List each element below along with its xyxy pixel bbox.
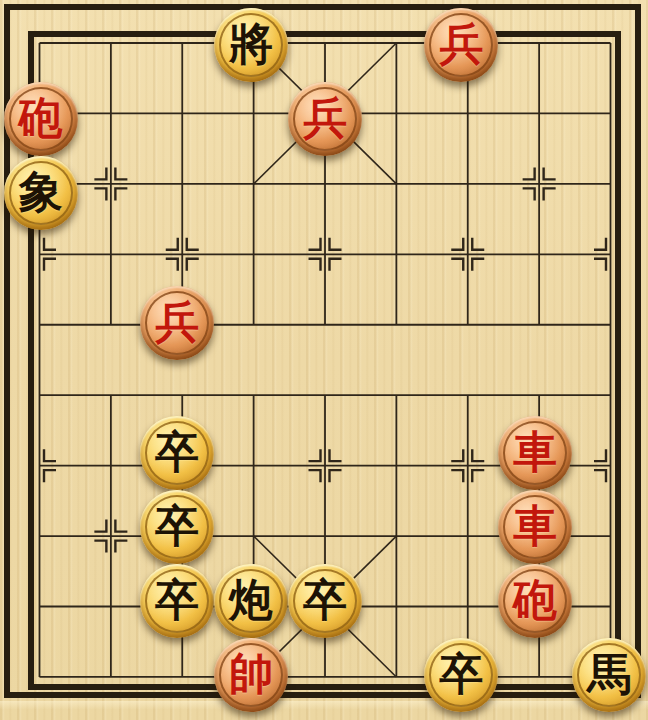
red-soldier-piece[interactable]: 兵 — [140, 286, 214, 360]
black-soldier-piece[interactable]: 卒 — [140, 564, 214, 638]
red-cannon-piece[interactable]: 砲 — [4, 82, 78, 156]
xiangqi-board: 將兵砲兵象兵卒車卒車卒炮卒砲帥卒馬 — [0, 0, 648, 720]
red-soldier-piece[interactable]: 兵 — [288, 82, 362, 156]
piece-glyph: 兵 — [303, 96, 347, 140]
piece-glyph: 卒 — [439, 652, 483, 696]
piece-disc[interactable]: 車 — [498, 490, 572, 564]
piece-glyph: 卒 — [155, 504, 199, 548]
piece-disc[interactable]: 卒 — [140, 564, 214, 638]
piece-disc[interactable]: 象 — [4, 156, 78, 230]
black-horse-piece[interactable]: 馬 — [572, 638, 646, 712]
black-elephant-piece[interactable]: 象 — [4, 156, 78, 230]
piece-glyph: 帥 — [229, 652, 273, 696]
piece-glyph: 車 — [513, 504, 557, 548]
black-soldier-piece[interactable]: 卒 — [424, 638, 498, 712]
black-soldier-piece[interactable]: 卒 — [140, 416, 214, 490]
piece-glyph: 兵 — [439, 22, 483, 66]
red-general-piece[interactable]: 帥 — [214, 638, 288, 712]
red-chariot-piece[interactable]: 車 — [498, 416, 572, 490]
black-soldier-piece[interactable]: 卒 — [288, 564, 362, 638]
black-general-piece[interactable]: 將 — [214, 8, 288, 82]
piece-disc[interactable]: 車 — [498, 416, 572, 490]
piece-disc[interactable]: 砲 — [498, 564, 572, 638]
piece-disc[interactable]: 炮 — [214, 564, 288, 638]
piece-glyph: 象 — [19, 170, 63, 214]
black-cannon-piece[interactable]: 炮 — [214, 564, 288, 638]
piece-disc[interactable]: 帥 — [214, 638, 288, 712]
piece-disc[interactable]: 兵 — [424, 8, 498, 82]
red-chariot-piece[interactable]: 車 — [498, 490, 572, 564]
piece-glyph: 卒 — [155, 578, 199, 622]
piece-glyph: 砲 — [513, 578, 557, 622]
piece-glyph: 卒 — [303, 578, 347, 622]
piece-glyph: 砲 — [19, 96, 63, 140]
piece-disc[interactable]: 兵 — [140, 286, 214, 360]
board-grid[interactable]: 將兵砲兵象兵卒車卒車卒炮卒砲帥卒馬 — [4, 8, 646, 712]
piece-disc[interactable]: 馬 — [572, 638, 646, 712]
piece-glyph: 車 — [513, 430, 557, 474]
black-soldier-piece[interactable]: 卒 — [140, 490, 214, 564]
piece-glyph: 卒 — [155, 430, 199, 474]
piece-disc[interactable]: 將 — [214, 8, 288, 82]
piece-disc[interactable]: 砲 — [4, 82, 78, 156]
piece-disc[interactable]: 卒 — [288, 564, 362, 638]
piece-disc[interactable]: 兵 — [288, 82, 362, 156]
red-soldier-piece[interactable]: 兵 — [424, 8, 498, 82]
piece-disc[interactable]: 卒 — [140, 416, 214, 490]
piece-glyph: 馬 — [587, 652, 631, 696]
piece-disc[interactable]: 卒 — [140, 490, 214, 564]
piece-glyph: 兵 — [155, 300, 199, 344]
red-cannon-piece[interactable]: 砲 — [498, 564, 572, 638]
piece-disc[interactable]: 卒 — [424, 638, 498, 712]
piece-glyph: 將 — [229, 22, 273, 66]
piece-glyph: 炮 — [229, 578, 273, 622]
